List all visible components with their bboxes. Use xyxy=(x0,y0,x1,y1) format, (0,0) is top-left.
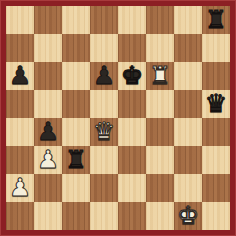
square-b7[interactable] xyxy=(34,34,62,62)
square-f6[interactable]: ♜ xyxy=(146,62,174,90)
square-d5[interactable] xyxy=(90,90,118,118)
black-rook-icon[interactable]: ♜ xyxy=(65,146,87,174)
square-b2[interactable] xyxy=(34,174,62,202)
square-e5[interactable] xyxy=(118,90,146,118)
square-f1[interactable] xyxy=(146,202,174,230)
square-c1[interactable] xyxy=(62,202,90,230)
black-queen-icon[interactable]: ♛ xyxy=(205,90,227,118)
square-d7[interactable] xyxy=(90,34,118,62)
square-b1[interactable] xyxy=(34,202,62,230)
square-b6[interactable] xyxy=(34,62,62,90)
square-g1[interactable]: ♚ xyxy=(174,202,202,230)
square-g8[interactable] xyxy=(174,6,202,34)
square-e6[interactable]: ♚ xyxy=(118,62,146,90)
square-e8[interactable] xyxy=(118,6,146,34)
square-d1[interactable] xyxy=(90,202,118,230)
square-c8[interactable] xyxy=(62,6,90,34)
square-a5[interactable] xyxy=(6,90,34,118)
square-f7[interactable] xyxy=(146,34,174,62)
square-h1[interactable] xyxy=(202,202,230,230)
black-rook-icon[interactable]: ♜ xyxy=(205,6,227,34)
square-c4[interactable] xyxy=(62,118,90,146)
square-d8[interactable] xyxy=(90,6,118,34)
square-c7[interactable] xyxy=(62,34,90,62)
chess-board: ♜♟♟♚♜♛♟♛♟♜♟♚ xyxy=(6,6,230,230)
black-pawn-icon[interactable]: ♟ xyxy=(93,62,115,90)
board-frame: ♜♟♟♚♜♛♟♛♟♜♟♚ xyxy=(0,0,236,236)
square-e7[interactable] xyxy=(118,34,146,62)
square-f4[interactable] xyxy=(146,118,174,146)
square-e4[interactable] xyxy=(118,118,146,146)
square-g3[interactable] xyxy=(174,146,202,174)
square-g2[interactable] xyxy=(174,174,202,202)
square-e2[interactable] xyxy=(118,174,146,202)
square-h7[interactable] xyxy=(202,34,230,62)
square-d6[interactable]: ♟ xyxy=(90,62,118,90)
square-d3[interactable] xyxy=(90,146,118,174)
black-pawn-icon[interactable]: ♟ xyxy=(9,62,31,90)
black-pawn-icon[interactable]: ♟ xyxy=(37,118,59,146)
square-g4[interactable] xyxy=(174,118,202,146)
square-h8[interactable]: ♜ xyxy=(202,6,230,34)
square-f3[interactable] xyxy=(146,146,174,174)
square-c6[interactable] xyxy=(62,62,90,90)
square-f8[interactable] xyxy=(146,6,174,34)
square-b8[interactable] xyxy=(34,6,62,34)
square-f2[interactable] xyxy=(146,174,174,202)
white-pawn-icon[interactable]: ♟ xyxy=(9,174,31,202)
square-d4[interactable]: ♛ xyxy=(90,118,118,146)
square-b5[interactable] xyxy=(34,90,62,118)
square-e3[interactable] xyxy=(118,146,146,174)
square-g7[interactable] xyxy=(174,34,202,62)
square-g5[interactable] xyxy=(174,90,202,118)
square-b3[interactable]: ♟ xyxy=(34,146,62,174)
square-e1[interactable] xyxy=(118,202,146,230)
white-king-icon[interactable]: ♚ xyxy=(177,202,199,230)
square-g6[interactable] xyxy=(174,62,202,90)
white-pawn-icon[interactable]: ♟ xyxy=(37,146,59,174)
square-a4[interactable] xyxy=(6,118,34,146)
square-c2[interactable] xyxy=(62,174,90,202)
square-a1[interactable] xyxy=(6,202,34,230)
square-a8[interactable] xyxy=(6,6,34,34)
square-h6[interactable] xyxy=(202,62,230,90)
square-h3[interactable] xyxy=(202,146,230,174)
square-h5[interactable]: ♛ xyxy=(202,90,230,118)
square-b4[interactable]: ♟ xyxy=(34,118,62,146)
square-a7[interactable] xyxy=(6,34,34,62)
square-h4[interactable] xyxy=(202,118,230,146)
square-a6[interactable]: ♟ xyxy=(6,62,34,90)
black-king-icon[interactable]: ♚ xyxy=(121,62,143,90)
square-c3[interactable]: ♜ xyxy=(62,146,90,174)
square-h2[interactable] xyxy=(202,174,230,202)
square-f5[interactable] xyxy=(146,90,174,118)
square-c5[interactable] xyxy=(62,90,90,118)
square-d2[interactable] xyxy=(90,174,118,202)
square-a3[interactable] xyxy=(6,146,34,174)
white-rook-icon[interactable]: ♜ xyxy=(149,62,171,90)
white-queen-icon[interactable]: ♛ xyxy=(93,118,115,146)
square-a2[interactable]: ♟ xyxy=(6,174,34,202)
